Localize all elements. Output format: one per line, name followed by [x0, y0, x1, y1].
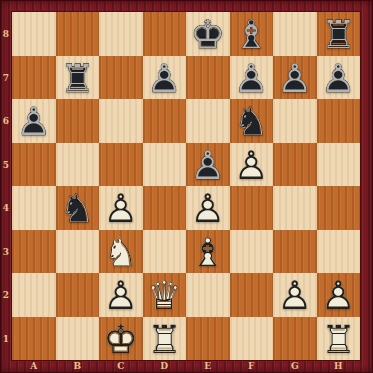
piece-white-king[interactable]: ♚♔ — [99, 317, 143, 361]
piece-white-pawn[interactable]: ♟♙ — [99, 186, 143, 230]
square-e2[interactable] — [186, 273, 230, 317]
piece-white-queen[interactable]: ♛♕ — [143, 273, 187, 317]
white-knight-outline-icon: ♘ — [99, 230, 143, 274]
piece-black-pawn[interactable]: ♟♙ — [186, 143, 230, 187]
square-g4[interactable] — [273, 186, 317, 230]
file-label-b: B — [56, 360, 100, 373]
square-g5[interactable] — [273, 143, 317, 187]
black-pawn-outline-icon: ♙ — [143, 56, 187, 100]
piece-black-rook[interactable]: ♜♖ — [56, 56, 100, 100]
piece-black-rook[interactable]: ♜♖ — [317, 12, 361, 56]
white-queen-outline-icon: ♕ — [143, 273, 187, 317]
square-a4[interactable] — [12, 186, 56, 230]
rank-label-6: 6 — [0, 116, 12, 126]
square-e1[interactable] — [186, 317, 230, 361]
piece-white-pawn[interactable]: ♟♙ — [317, 273, 361, 317]
rank-label-5: 5 — [0, 160, 12, 170]
piece-black-knight[interactable]: ♞♘ — [230, 99, 274, 143]
square-a1[interactable] — [12, 317, 56, 361]
file-label-f: F — [230, 360, 274, 373]
square-c3[interactable]: ♞♘ — [99, 230, 143, 274]
piece-white-pawn[interactable]: ♟♙ — [186, 186, 230, 230]
piece-black-pawn[interactable]: ♟♙ — [230, 56, 274, 100]
black-king-outline-icon: ♔ — [186, 12, 230, 56]
rank-label-8: 8 — [0, 29, 12, 39]
file-label-d: D — [143, 360, 187, 373]
rank-label-4: 4 — [0, 203, 12, 213]
square-b1[interactable] — [56, 317, 100, 361]
white-pawn-outline-icon: ♙ — [186, 186, 230, 230]
file-label-g: G — [273, 360, 317, 373]
piece-black-bishop[interactable]: ♝♗ — [230, 12, 274, 56]
square-h4[interactable] — [317, 186, 361, 230]
piece-white-knight[interactable]: ♞♘ — [99, 230, 143, 274]
square-h8[interactable]: ♜♖ — [317, 12, 361, 56]
piece-black-pawn[interactable]: ♟♙ — [143, 56, 187, 100]
white-pawn-outline-icon: ♙ — [273, 273, 317, 317]
piece-black-pawn[interactable]: ♟♙ — [273, 56, 317, 100]
square-c5[interactable] — [99, 143, 143, 187]
square-h7[interactable]: ♟♙ — [317, 56, 361, 100]
black-rook-outline-icon: ♖ — [317, 12, 361, 56]
white-rook-outline-icon: ♖ — [317, 317, 361, 361]
square-h1[interactable]: ♜♖ — [317, 317, 361, 361]
square-d4[interactable] — [143, 186, 187, 230]
chessboard: ♚♔♝♗♜♖♜♖♟♙♟♙♟♙♟♙♟♙♞♘♟♙♟♙♞♘♟♙♟♙♞♘♝♗♟♙♛♕♟♙… — [12, 12, 360, 360]
piece-black-king[interactable]: ♚♔ — [186, 12, 230, 56]
square-f7[interactable]: ♟♙ — [230, 56, 274, 100]
piece-white-rook[interactable]: ♜♖ — [143, 317, 187, 361]
square-b2[interactable] — [56, 273, 100, 317]
square-d6[interactable] — [143, 99, 187, 143]
square-c7[interactable] — [99, 56, 143, 100]
square-a7[interactable] — [12, 56, 56, 100]
square-g8[interactable] — [273, 12, 317, 56]
black-knight-outline-icon: ♘ — [230, 99, 274, 143]
square-e5[interactable]: ♟♙ — [186, 143, 230, 187]
square-f2[interactable] — [230, 273, 274, 317]
rank-label-2: 2 — [0, 290, 12, 300]
black-pawn-outline-icon: ♙ — [273, 56, 317, 100]
square-d8[interactable] — [143, 12, 187, 56]
piece-white-rook[interactable]: ♜♖ — [317, 317, 361, 361]
chessboard-frame: ♚♔♝♗♜♖♜♖♟♙♟♙♟♙♟♙♟♙♞♘♟♙♟♙♞♘♟♙♟♙♞♘♝♗♟♙♛♕♟♙… — [0, 0, 373, 373]
black-pawn-outline-icon: ♙ — [186, 143, 230, 187]
square-g2[interactable]: ♟♙ — [273, 273, 317, 317]
square-a2[interactable] — [12, 273, 56, 317]
rank-label-7: 7 — [0, 73, 12, 83]
square-e6[interactable] — [186, 99, 230, 143]
square-b5[interactable] — [56, 143, 100, 187]
square-d1[interactable]: ♜♖ — [143, 317, 187, 361]
square-b8[interactable] — [56, 12, 100, 56]
square-d3[interactable] — [143, 230, 187, 274]
white-pawn-outline-icon: ♙ — [99, 273, 143, 317]
square-f5[interactable]: ♟♙ — [230, 143, 274, 187]
black-pawn-outline-icon: ♙ — [230, 56, 274, 100]
square-c1[interactable]: ♚♔ — [99, 317, 143, 361]
square-e7[interactable] — [186, 56, 230, 100]
square-a3[interactable] — [12, 230, 56, 274]
square-b6[interactable] — [56, 99, 100, 143]
white-bishop-outline-icon: ♗ — [186, 230, 230, 274]
square-a6[interactable]: ♟♙ — [12, 99, 56, 143]
square-g7[interactable]: ♟♙ — [273, 56, 317, 100]
square-b7[interactable]: ♜♖ — [56, 56, 100, 100]
square-b3[interactable] — [56, 230, 100, 274]
square-e4[interactable]: ♟♙ — [186, 186, 230, 230]
piece-white-bishop[interactable]: ♝♗ — [186, 230, 230, 274]
square-a5[interactable] — [12, 143, 56, 187]
square-e8[interactable]: ♚♔ — [186, 12, 230, 56]
rank-label-1: 1 — [0, 334, 12, 344]
square-f1[interactable] — [230, 317, 274, 361]
piece-black-pawn[interactable]: ♟♙ — [317, 56, 361, 100]
square-c8[interactable] — [99, 12, 143, 56]
white-king-outline-icon: ♔ — [99, 317, 143, 361]
square-e3[interactable]: ♝♗ — [186, 230, 230, 274]
white-pawn-outline-icon: ♙ — [230, 143, 274, 187]
square-d5[interactable] — [143, 143, 187, 187]
white-rook-outline-icon: ♖ — [143, 317, 187, 361]
square-f3[interactable] — [230, 230, 274, 274]
white-pawn-outline-icon: ♙ — [317, 273, 361, 317]
square-b4[interactable]: ♞♘ — [56, 186, 100, 230]
square-c6[interactable] — [99, 99, 143, 143]
white-pawn-outline-icon: ♙ — [99, 186, 143, 230]
black-pawn-outline-icon: ♙ — [12, 99, 56, 143]
square-g3[interactable] — [273, 230, 317, 274]
rank-label-3: 3 — [0, 247, 12, 257]
square-h3[interactable] — [317, 230, 361, 274]
black-rook-outline-icon: ♖ — [56, 56, 100, 100]
file-label-c: C — [99, 360, 143, 373]
square-h6[interactable] — [317, 99, 361, 143]
piece-black-pawn[interactable]: ♟♙ — [12, 99, 56, 143]
square-d7[interactable]: ♟♙ — [143, 56, 187, 100]
file-label-h: H — [317, 360, 361, 373]
square-d2[interactable]: ♛♕ — [143, 273, 187, 317]
square-c2[interactable]: ♟♙ — [99, 273, 143, 317]
piece-white-pawn[interactable]: ♟♙ — [273, 273, 317, 317]
square-h5[interactable] — [317, 143, 361, 187]
square-c4[interactable]: ♟♙ — [99, 186, 143, 230]
black-knight-outline-icon: ♘ — [56, 186, 100, 230]
file-label-a: A — [12, 360, 56, 373]
square-f4[interactable] — [230, 186, 274, 230]
square-h2[interactable]: ♟♙ — [317, 273, 361, 317]
square-f6[interactable]: ♞♘ — [230, 99, 274, 143]
square-g1[interactable] — [273, 317, 317, 361]
piece-white-pawn[interactable]: ♟♙ — [99, 273, 143, 317]
square-f8[interactable]: ♝♗ — [230, 12, 274, 56]
square-g6[interactable] — [273, 99, 317, 143]
file-label-e: E — [186, 360, 230, 373]
black-bishop-outline-icon: ♗ — [230, 12, 274, 56]
piece-white-pawn[interactable]: ♟♙ — [230, 143, 274, 187]
square-a8[interactable] — [12, 12, 56, 56]
piece-black-knight[interactable]: ♞♘ — [56, 186, 100, 230]
black-pawn-outline-icon: ♙ — [317, 56, 361, 100]
